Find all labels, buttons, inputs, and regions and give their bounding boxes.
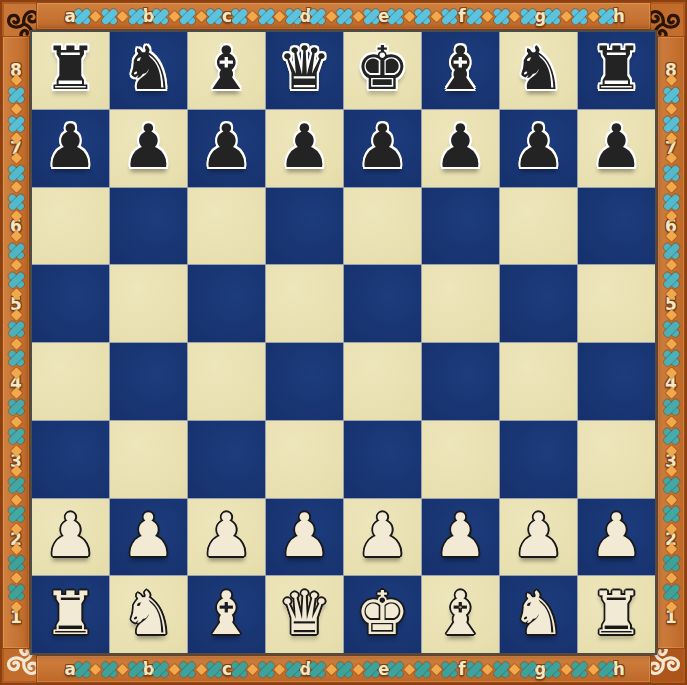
x-motif — [9, 116, 24, 131]
piece-black-pawn[interactable]: ♟ — [122, 116, 176, 176]
x-motif — [207, 662, 222, 677]
file-band-bottom: abcdefgh — [36, 655, 651, 683]
diamond-motif — [665, 543, 676, 554]
square-g7[interactable]: ♟ — [500, 110, 577, 187]
diamond-motif — [665, 309, 676, 320]
border-motif-group — [664, 154, 679, 220]
square-c2[interactable]: ♟ — [188, 499, 265, 576]
square-e6[interactable] — [344, 188, 421, 265]
square-b5[interactable] — [110, 265, 187, 342]
square-f3[interactable] — [422, 421, 499, 498]
x-motif — [9, 194, 24, 209]
x-motif — [442, 662, 457, 677]
x-motif — [664, 351, 679, 366]
border-motif-group — [9, 467, 24, 533]
x-motif — [129, 662, 144, 677]
square-h8[interactable]: ♜ — [578, 32, 655, 109]
x-motif — [9, 87, 24, 102]
x-motif — [664, 429, 679, 444]
x-motif — [572, 662, 587, 677]
square-b2[interactable]: ♟ — [110, 499, 187, 576]
square-a2[interactable]: ♟ — [32, 499, 109, 576]
diamond-motif — [665, 338, 676, 349]
x-motif — [664, 507, 679, 522]
square-f6[interactable] — [422, 188, 499, 265]
x-motif — [75, 9, 90, 24]
x-motif — [664, 87, 679, 102]
diamond-motif — [10, 211, 21, 222]
piece-white-pawn[interactable]: ♟ — [356, 505, 410, 565]
square-b6[interactable] — [110, 188, 187, 265]
rank-band-right: 87654321 — [657, 36, 685, 649]
border-motif-group — [545, 662, 614, 677]
x-motif — [599, 9, 614, 24]
square-d7[interactable]: ♟ — [266, 110, 343, 187]
x-motif — [664, 585, 679, 600]
piece-white-rook[interactable]: ♜ — [590, 583, 644, 643]
diamond-motif — [10, 543, 21, 554]
x-motif — [664, 400, 679, 415]
diamond-motif — [10, 445, 21, 456]
x-motif — [664, 478, 679, 493]
square-h6[interactable] — [578, 188, 655, 265]
piece-black-knight[interactable]: ♞ — [122, 38, 176, 98]
square-g6[interactable] — [500, 188, 577, 265]
square-g4[interactable] — [500, 343, 577, 420]
diamond-motif — [509, 663, 520, 674]
square-f8[interactable]: ♝ — [422, 32, 499, 109]
file-band-top: abcdefgh — [36, 2, 651, 30]
diamond-motif — [665, 260, 676, 271]
square-a8[interactable]: ♜ — [32, 32, 109, 109]
piece-white-bishop[interactable]: ♝ — [200, 583, 254, 643]
square-a4[interactable] — [32, 343, 109, 420]
square-c3[interactable] — [188, 421, 265, 498]
piece-white-knight[interactable]: ♞ — [122, 583, 176, 643]
border-motif-group — [310, 9, 379, 24]
x-motif — [259, 9, 274, 24]
diamond-motif — [274, 663, 285, 674]
diamond-motif — [10, 601, 21, 612]
square-a6[interactable] — [32, 188, 109, 265]
piece-black-bishop[interactable]: ♝ — [434, 38, 488, 98]
x-motif — [180, 662, 195, 677]
square-e7[interactable]: ♟ — [344, 110, 421, 187]
x-motif — [388, 9, 403, 24]
x-motif — [9, 272, 24, 287]
square-a5[interactable] — [32, 265, 109, 342]
diamond-motif — [196, 10, 207, 21]
x-motif — [286, 9, 301, 24]
square-c8[interactable]: ♝ — [188, 32, 265, 109]
x-motif — [9, 165, 24, 180]
x-motif — [545, 9, 560, 24]
square-f7[interactable]: ♟ — [422, 110, 499, 187]
piece-black-pawn[interactable]: ♟ — [590, 116, 644, 176]
diamond-motif — [665, 103, 676, 114]
x-motif — [286, 662, 301, 677]
square-g8[interactable]: ♞ — [500, 32, 577, 109]
square-d2[interactable]: ♟ — [266, 499, 343, 576]
border-motif-group — [467, 662, 536, 677]
square-e3[interactable] — [344, 421, 421, 498]
x-motif — [494, 9, 509, 24]
x-motif — [232, 662, 247, 677]
piece-black-knight[interactable]: ♞ — [512, 38, 566, 98]
border-motif-group — [9, 389, 24, 455]
square-g1[interactable]: ♞ — [500, 576, 577, 653]
diamond-motif — [10, 231, 21, 242]
x-motif — [207, 9, 222, 24]
diamond-motif — [10, 289, 21, 300]
x-motif — [494, 662, 509, 677]
x-motif — [442, 9, 457, 24]
diamond-motif — [560, 10, 571, 21]
diamond-motif — [509, 10, 520, 21]
diamond-motif — [90, 663, 101, 674]
diamond-motif — [325, 10, 336, 21]
diamond-motif — [482, 663, 493, 674]
border-motif-group — [232, 662, 301, 677]
diamond-motif — [10, 572, 21, 583]
square-e1[interactable]: ♚ — [344, 576, 421, 653]
square-b7[interactable]: ♟ — [110, 110, 187, 187]
x-motif — [9, 351, 24, 366]
x-motif — [129, 9, 144, 24]
x-motif — [180, 9, 195, 24]
border-motif-group — [664, 232, 679, 298]
border-motif-group — [9, 232, 24, 298]
x-motif — [9, 429, 24, 444]
square-c1[interactable]: ♝ — [188, 576, 265, 653]
x-motif — [153, 9, 168, 24]
piece-black-rook[interactable]: ♜ — [590, 38, 644, 98]
chess-app: abcdefgh abcdefgh 87654321 87654321 ♜♞♝♛… — [0, 0, 687, 685]
x-motif — [337, 9, 352, 24]
border-motif-group — [75, 662, 144, 677]
x-motif — [664, 116, 679, 131]
piece-white-pawn[interactable]: ♟ — [590, 505, 644, 565]
piece-white-pawn[interactable]: ♟ — [278, 505, 332, 565]
diamond-motif — [325, 663, 336, 674]
x-motif — [102, 662, 117, 677]
diamond-motif — [169, 663, 180, 674]
square-e5[interactable] — [344, 265, 421, 342]
diamond-motif — [665, 465, 676, 476]
border-motif-group — [153, 9, 222, 24]
piece-white-pawn[interactable]: ♟ — [434, 505, 488, 565]
diamond-motif — [10, 338, 21, 349]
square-h3[interactable] — [578, 421, 655, 498]
file-label-h: h — [613, 661, 625, 678]
diamond-motif — [587, 10, 598, 21]
x-motif — [9, 400, 24, 415]
piece-white-pawn[interactable]: ♟ — [200, 505, 254, 565]
piece-white-knight[interactable]: ♞ — [512, 583, 566, 643]
x-motif — [388, 662, 403, 677]
x-motif — [415, 9, 430, 24]
x-motif — [521, 662, 536, 677]
diamond-motif — [10, 153, 21, 164]
square-b8[interactable]: ♞ — [110, 32, 187, 109]
diamond-motif — [665, 572, 676, 583]
x-motif — [664, 243, 679, 258]
square-d3[interactable] — [266, 421, 343, 498]
piece-black-bishop[interactable]: ♝ — [200, 38, 254, 98]
border-motif-group — [664, 389, 679, 455]
x-motif — [9, 585, 24, 600]
diamond-motif — [10, 182, 21, 193]
square-g2[interactable]: ♟ — [500, 499, 577, 576]
diamond-motif — [117, 663, 128, 674]
border-motif-group — [310, 662, 379, 677]
border-motif-group — [153, 662, 222, 677]
x-motif — [521, 9, 536, 24]
border-motif-group — [664, 76, 679, 142]
x-motif — [9, 322, 24, 337]
border-motif-group — [9, 545, 24, 611]
diamond-motif — [10, 309, 21, 320]
x-motif — [664, 165, 679, 180]
x-motif — [75, 662, 90, 677]
diamond-motif — [665, 74, 676, 85]
square-f1[interactable]: ♝ — [422, 576, 499, 653]
piece-white-pawn[interactable]: ♟ — [44, 505, 98, 565]
border-motif-group — [664, 545, 679, 611]
diamond-motif — [10, 465, 21, 476]
border-motif-group — [467, 9, 536, 24]
piece-white-queen[interactable]: ♛ — [278, 583, 332, 643]
piece-black-pawn[interactable]: ♟ — [200, 116, 254, 176]
square-b3[interactable] — [110, 421, 187, 498]
border-motif-group — [232, 9, 301, 24]
square-c4[interactable] — [188, 343, 265, 420]
square-a1[interactable]: ♜ — [32, 576, 109, 653]
diamond-motif — [665, 387, 676, 398]
x-motif — [310, 9, 325, 24]
border-motif-group — [9, 154, 24, 220]
diamond-motif — [10, 387, 21, 398]
file-label-h: h — [613, 8, 625, 25]
square-h7[interactable]: ♟ — [578, 110, 655, 187]
square-b1[interactable]: ♞ — [110, 576, 187, 653]
diamond-motif — [10, 260, 21, 271]
square-e4[interactable] — [344, 343, 421, 420]
square-c7[interactable]: ♟ — [188, 110, 265, 187]
piece-black-pawn[interactable]: ♟ — [44, 116, 98, 176]
piece-black-pawn[interactable]: ♟ — [434, 116, 488, 176]
piece-black-pawn[interactable]: ♟ — [278, 116, 332, 176]
x-motif — [310, 662, 325, 677]
x-motif — [467, 9, 482, 24]
piece-black-rook[interactable]: ♜ — [44, 38, 98, 98]
piece-white-king[interactable]: ♚ — [356, 583, 410, 643]
diamond-motif — [665, 494, 676, 505]
diamond-motif — [665, 445, 676, 456]
square-f4[interactable] — [422, 343, 499, 420]
square-d6[interactable] — [266, 188, 343, 265]
diamond-motif — [247, 10, 258, 21]
file-label-c: c — [222, 661, 232, 678]
diamond-motif — [352, 663, 363, 674]
diamond-motif — [117, 10, 128, 21]
board: ♜♞♝♛♚♝♞♜♟♟♟♟♟♟♟♟♟♟♟♟♟♟♟♟♜♞♝♛♚♝♞♜ — [30, 30, 657, 655]
piece-black-queen[interactable]: ♛ — [278, 38, 332, 98]
diamond-motif — [665, 416, 676, 427]
x-motif — [259, 662, 274, 677]
x-motif — [9, 243, 24, 258]
diamond-motif — [665, 182, 676, 193]
diamond-motif — [274, 10, 285, 21]
file-label-f: f — [458, 8, 465, 25]
border-motif-group — [9, 76, 24, 142]
x-motif — [9, 556, 24, 571]
diamond-motif — [665, 367, 676, 378]
diamond-motif — [10, 416, 21, 427]
x-motif — [572, 9, 587, 24]
diamond-motif — [90, 10, 101, 21]
x-motif — [337, 662, 352, 677]
square-f2[interactable]: ♟ — [422, 499, 499, 576]
diamond-motif — [247, 663, 258, 674]
square-e8[interactable]: ♚ — [344, 32, 421, 109]
piece-white-rook[interactable]: ♜ — [44, 583, 98, 643]
file-label-f: f — [458, 661, 465, 678]
x-motif — [364, 662, 379, 677]
square-c5[interactable] — [188, 265, 265, 342]
diamond-motif — [665, 153, 676, 164]
diamond-motif — [482, 10, 493, 21]
x-motif — [9, 478, 24, 493]
square-a7[interactable]: ♟ — [32, 110, 109, 187]
square-h2[interactable]: ♟ — [578, 499, 655, 576]
border-motif-group — [9, 311, 24, 377]
diamond-motif — [10, 74, 21, 85]
border-motif-group — [664, 311, 679, 377]
diamond-motif — [560, 663, 571, 674]
diamond-motif — [587, 663, 598, 674]
border-motif-group — [75, 9, 144, 24]
diamond-motif — [665, 231, 676, 242]
file-label-c: c — [222, 8, 232, 25]
x-motif — [415, 662, 430, 677]
diamond-motif — [352, 10, 363, 21]
x-motif — [664, 272, 679, 287]
square-d1[interactable]: ♛ — [266, 576, 343, 653]
border-motif-group — [388, 9, 457, 24]
x-motif — [364, 9, 379, 24]
diamond-motif — [665, 289, 676, 300]
border-motif-group — [545, 9, 614, 24]
square-d5[interactable] — [266, 265, 343, 342]
diamond-motif — [196, 663, 207, 674]
piece-white-bishop[interactable]: ♝ — [434, 583, 488, 643]
piece-white-pawn[interactable]: ♟ — [512, 505, 566, 565]
square-d4[interactable] — [266, 343, 343, 420]
x-motif — [664, 556, 679, 571]
piece-black-pawn[interactable]: ♟ — [512, 116, 566, 176]
diamond-motif — [10, 367, 21, 378]
square-h5[interactable] — [578, 265, 655, 342]
square-f5[interactable] — [422, 265, 499, 342]
border-motif-group — [388, 662, 457, 677]
border-motif-group — [664, 467, 679, 533]
x-motif — [664, 322, 679, 337]
diamond-motif — [10, 103, 21, 114]
x-motif — [232, 9, 247, 24]
diamond-motif — [665, 523, 676, 534]
diamond-motif — [665, 211, 676, 222]
square-h4[interactable] — [578, 343, 655, 420]
piece-white-pawn[interactable]: ♟ — [122, 505, 176, 565]
diamond-motif — [10, 132, 21, 143]
x-motif — [9, 507, 24, 522]
diamond-motif — [169, 10, 180, 21]
square-d8[interactable]: ♛ — [266, 32, 343, 109]
x-motif — [599, 662, 614, 677]
piece-black-king[interactable]: ♚ — [356, 38, 410, 98]
x-motif — [664, 194, 679, 209]
square-b4[interactable] — [110, 343, 187, 420]
x-motif — [545, 662, 560, 677]
piece-black-pawn[interactable]: ♟ — [356, 116, 410, 176]
x-motif — [153, 662, 168, 677]
square-a3[interactable] — [32, 421, 109, 498]
square-h1[interactable]: ♜ — [578, 576, 655, 653]
square-g3[interactable] — [500, 421, 577, 498]
x-motif — [102, 9, 117, 24]
square-g5[interactable] — [500, 265, 577, 342]
x-motif — [467, 662, 482, 677]
square-c6[interactable] — [188, 188, 265, 265]
diamond-motif — [665, 601, 676, 612]
rank-band-left: 87654321 — [2, 36, 30, 649]
square-e2[interactable]: ♟ — [344, 499, 421, 576]
diamond-motif — [10, 523, 21, 534]
diamond-motif — [10, 494, 21, 505]
diamond-motif — [665, 132, 676, 143]
